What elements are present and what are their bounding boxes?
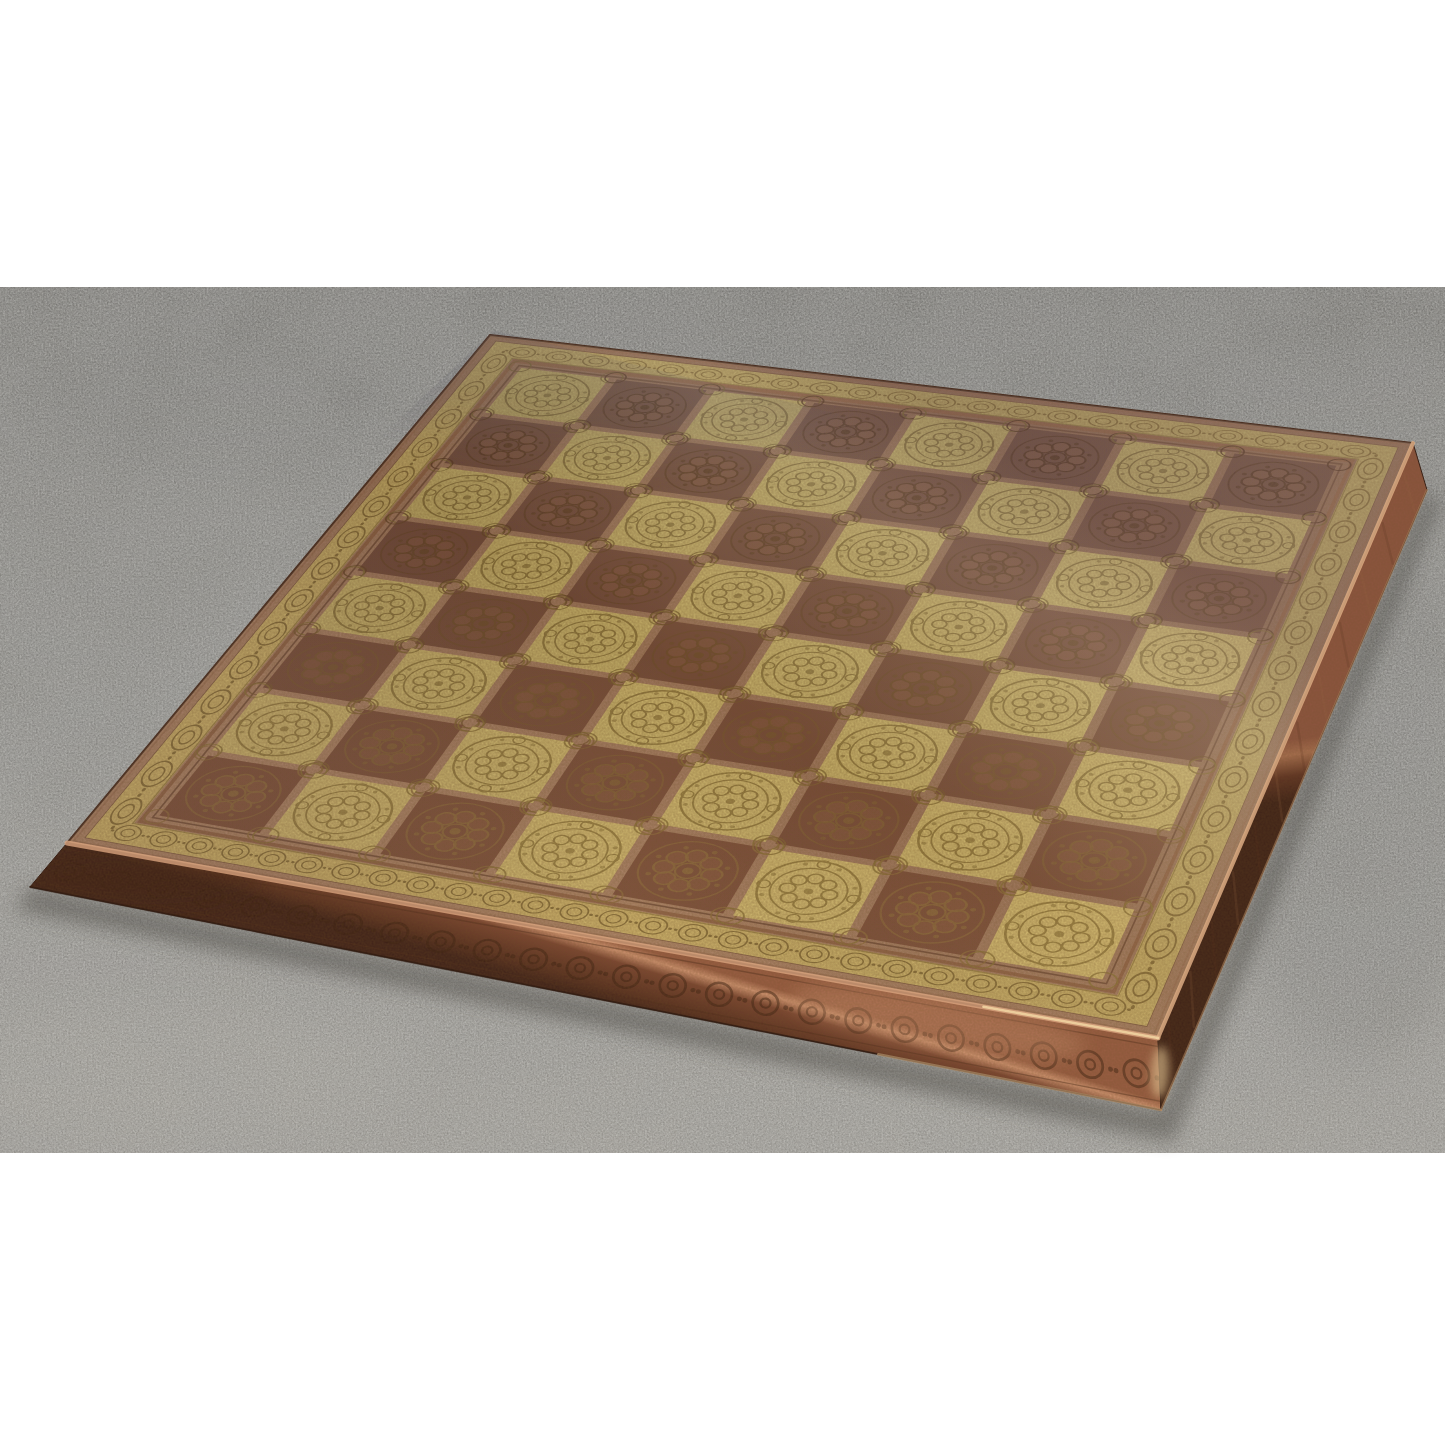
product-photo-page <box>0 0 1445 1445</box>
chessboard-photo-scene <box>0 0 1445 1445</box>
